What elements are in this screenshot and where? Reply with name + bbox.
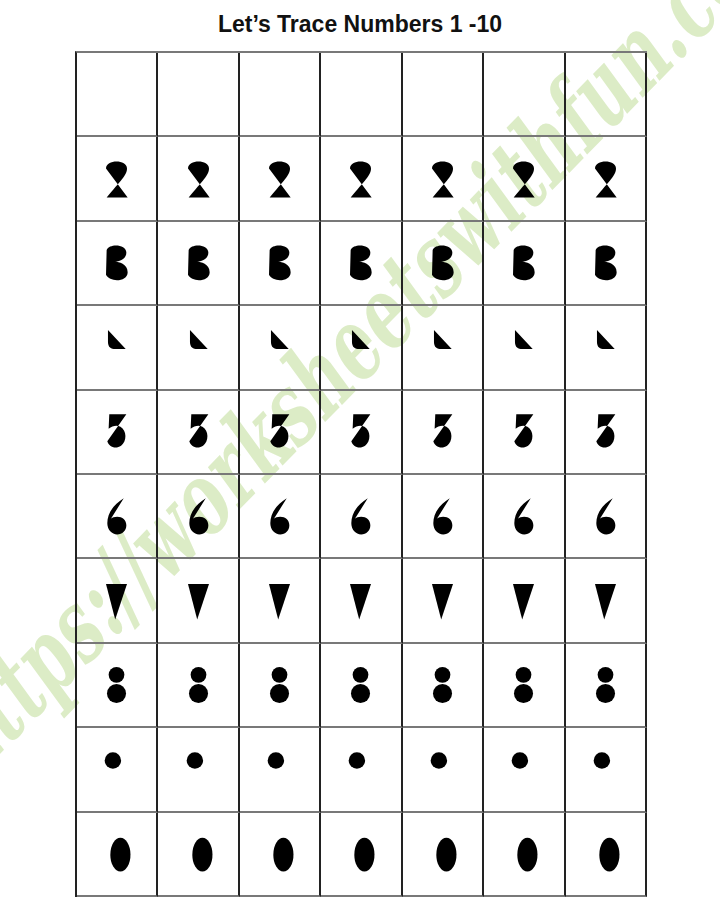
cell-r10c1 <box>77 813 158 897</box>
cell-r1c5 <box>403 53 484 137</box>
trace-digit-4 <box>184 326 213 368</box>
solid-digit-7 <box>102 580 131 622</box>
trace-digit-6 <box>509 495 538 537</box>
trace-digit-5 <box>346 411 375 453</box>
trace-digit-8 <box>184 664 213 706</box>
trace-digit-3 <box>184 242 213 284</box>
cell-r4c3 <box>240 306 321 390</box>
cell-r3c2 <box>158 222 239 306</box>
trace-digit-4 <box>428 326 457 368</box>
trace-digit-10 <box>423 833 462 875</box>
cell-r6c2 <box>158 475 239 559</box>
cell-r6c7 <box>566 475 647 559</box>
trace-digit-3 <box>509 242 538 284</box>
trace-digit-3 <box>346 242 375 284</box>
trace-digit-9 <box>346 748 375 790</box>
trace-digit-6 <box>265 495 294 537</box>
cell-r7c5 <box>403 559 484 643</box>
cell-r6c5 <box>403 475 484 559</box>
cell-r9c7 <box>566 728 647 812</box>
trace-digit-8 <box>428 664 457 706</box>
cell-r2c1 <box>77 137 158 221</box>
cell-r10c7 <box>566 813 647 897</box>
cell-r9c3 <box>240 728 321 812</box>
trace-digit-8 <box>346 664 375 706</box>
cell-r9c5 <box>403 728 484 812</box>
cell-r2c5 <box>403 137 484 221</box>
trace-digit-2 <box>265 158 294 200</box>
cell-r9c4 <box>321 728 402 812</box>
cell-r5c1 <box>77 391 158 475</box>
cell-r5c4 <box>321 391 402 475</box>
solid-digit-3 <box>102 242 131 284</box>
cell-r10c2 <box>158 813 239 897</box>
trace-digit-10 <box>179 833 218 875</box>
trace-digit-6 <box>591 495 620 537</box>
cell-r3c3 <box>240 222 321 306</box>
trace-digit-8 <box>265 664 294 706</box>
cell-r10c6 <box>484 813 565 897</box>
cell-r4c2 <box>158 306 239 390</box>
trace-digit-8 <box>509 664 538 706</box>
cell-r5c2 <box>158 391 239 475</box>
cell-r3c7 <box>566 222 647 306</box>
cell-r10c4 <box>321 813 402 897</box>
solid-digit-5 <box>102 411 131 453</box>
cell-r1c2 <box>158 53 239 137</box>
cell-r9c6 <box>484 728 565 812</box>
cell-r4c6 <box>484 306 565 390</box>
cell-r1c3 <box>240 53 321 137</box>
trace-digit-3 <box>428 242 457 284</box>
trace-digit-7 <box>428 580 457 622</box>
trace-digit-9 <box>509 748 538 790</box>
cell-r6c1 <box>77 475 158 559</box>
trace-digit-7 <box>265 580 294 622</box>
cell-r2c3 <box>240 137 321 221</box>
trace-digit-4 <box>509 326 538 368</box>
trace-digit-5 <box>184 411 213 453</box>
cell-r8c4 <box>321 644 402 728</box>
trace-digit-5 <box>265 411 294 453</box>
trace-digit-1 <box>428 73 457 115</box>
trace-digit-2 <box>184 158 213 200</box>
cell-r8c2 <box>158 644 239 728</box>
cell-r7c1 <box>77 559 158 643</box>
trace-digit-4 <box>346 326 375 368</box>
trace-digit-9 <box>591 748 620 790</box>
trace-digit-6 <box>184 495 213 537</box>
trace-digit-4 <box>591 326 620 368</box>
solid-digit-1 <box>102 73 131 115</box>
cell-r5c5 <box>403 391 484 475</box>
page-title: Let’s Trace Numbers 1 -10 <box>0 11 720 38</box>
trace-digit-6 <box>346 495 375 537</box>
trace-digit-10 <box>504 833 543 875</box>
trace-digit-9 <box>184 748 213 790</box>
cell-r8c6 <box>484 644 565 728</box>
trace-digit-5 <box>509 411 538 453</box>
cell-r7c7 <box>566 559 647 643</box>
trace-digit-1 <box>346 73 375 115</box>
trace-digit-3 <box>265 242 294 284</box>
trace-digit-1 <box>184 73 213 115</box>
cell-r8c3 <box>240 644 321 728</box>
cell-r10c3 <box>240 813 321 897</box>
cell-r5c3 <box>240 391 321 475</box>
cell-r7c2 <box>158 559 239 643</box>
cell-r7c3 <box>240 559 321 643</box>
trace-digit-4 <box>265 326 294 368</box>
cell-r7c6 <box>484 559 565 643</box>
cell-r5c6 <box>484 391 565 475</box>
cell-r10c5 <box>403 813 484 897</box>
trace-digit-2 <box>428 158 457 200</box>
trace-digit-9 <box>265 748 294 790</box>
trace-digit-9 <box>428 748 457 790</box>
cell-r1c1 <box>77 53 158 137</box>
cell-r3c1 <box>77 222 158 306</box>
cell-r6c6 <box>484 475 565 559</box>
solid-digit-4 <box>102 326 131 368</box>
cell-r2c4 <box>321 137 402 221</box>
trace-digit-5 <box>428 411 457 453</box>
cell-r4c5 <box>403 306 484 390</box>
cell-r1c6 <box>484 53 565 137</box>
cell-r8c5 <box>403 644 484 728</box>
cell-r2c2 <box>158 137 239 221</box>
cell-r6c4 <box>321 475 402 559</box>
cell-r1c7 <box>566 53 647 137</box>
cell-r4c1 <box>77 306 158 390</box>
solid-digit-9 <box>102 748 131 790</box>
trace-digit-7 <box>509 580 538 622</box>
trace-digit-6 <box>428 495 457 537</box>
trace-digit-7 <box>591 580 620 622</box>
trace-digit-2 <box>346 158 375 200</box>
solid-digit-2 <box>102 158 131 200</box>
trace-digit-2 <box>591 158 620 200</box>
trace-digit-1 <box>265 73 294 115</box>
trace-digit-8 <box>591 664 620 706</box>
trace-digit-7 <box>346 580 375 622</box>
trace-digit-10 <box>341 833 380 875</box>
cell-r8c1 <box>77 644 158 728</box>
trace-digit-10 <box>586 833 625 875</box>
trace-digit-2 <box>509 158 538 200</box>
trace-digit-1 <box>509 73 538 115</box>
cell-r1c4 <box>321 53 402 137</box>
cell-r5c7 <box>566 391 647 475</box>
cell-r3c4 <box>321 222 402 306</box>
cell-r8c7 <box>566 644 647 728</box>
trace-digit-3 <box>591 242 620 284</box>
cell-r3c6 <box>484 222 565 306</box>
cell-r2c7 <box>566 137 647 221</box>
tracing-grid <box>75 51 647 897</box>
cell-r4c7 <box>566 306 647 390</box>
cell-r2c6 <box>484 137 565 221</box>
cell-r4c4 <box>321 306 402 390</box>
solid-digit-10 <box>97 833 136 875</box>
solid-digit-8 <box>102 664 131 706</box>
trace-digit-1 <box>591 73 620 115</box>
cell-r9c1 <box>77 728 158 812</box>
trace-digit-10 <box>260 833 299 875</box>
trace-digit-7 <box>184 580 213 622</box>
cell-r3c5 <box>403 222 484 306</box>
cell-r6c3 <box>240 475 321 559</box>
trace-digit-5 <box>591 411 620 453</box>
cell-r7c4 <box>321 559 402 643</box>
solid-digit-6 <box>102 495 131 537</box>
cell-r9c2 <box>158 728 239 812</box>
